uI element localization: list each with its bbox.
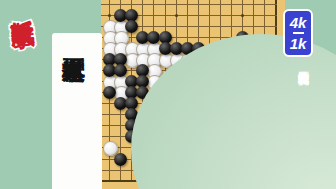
- rank-badge: 4k 1k: [283, 9, 313, 57]
- hoshi-point: [108, 14, 111, 17]
- video-frame: 斩断实战恶手 探索棋之正道 4k 1k 中央的距离还是比较宽啊: [0, 0, 336, 189]
- commentary-text: 中央的距离还是比较宽啊: [297, 62, 308, 65]
- rank-top: 4k: [290, 15, 307, 30]
- stone-black: [125, 20, 138, 33]
- hoshi-point: [175, 14, 178, 17]
- hoshi-point: [241, 14, 244, 17]
- white-banner-strip: [52, 33, 102, 189]
- rank-bottom: 1k: [290, 36, 307, 51]
- stone-black: [114, 153, 127, 166]
- grid-hline: [101, 4, 277, 5]
- rank-separator: [293, 32, 304, 35]
